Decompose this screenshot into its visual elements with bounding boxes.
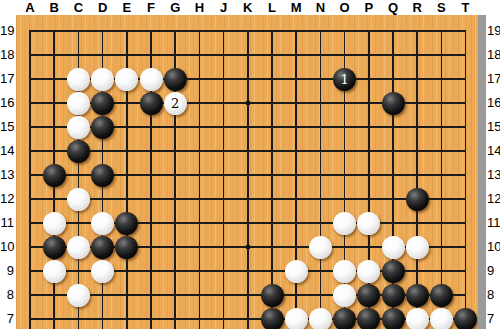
go-stone-white-Q10[interactable] (382, 236, 405, 259)
go-stone-black-D10[interactable] (91, 236, 114, 259)
go-stone-white-C10[interactable] (67, 236, 90, 259)
go-stone-white-P9[interactable] (357, 260, 380, 283)
go-stone-white-O9[interactable] (333, 260, 356, 283)
go-stone-white-D17[interactable] (91, 68, 114, 91)
go-stone-black-L8[interactable] (261, 284, 284, 307)
grid-line-row-14 (29, 150, 466, 152)
column-label-F: F (140, 0, 162, 15)
go-stone-white-O11[interactable] (333, 212, 356, 235)
go-stone-white-N7[interactable] (309, 308, 332, 329)
go-stone-white-D11[interactable] (91, 212, 114, 235)
go-stone-white-C16[interactable] (67, 92, 90, 115)
grid-line-column-H (199, 31, 201, 329)
go-stone-black-C14[interactable] (67, 140, 90, 163)
row-label-right-15: 15 (487, 119, 500, 135)
row-label-left-16: 16 (0, 95, 14, 111)
go-stone-black-O7[interactable] (333, 308, 356, 329)
row-label-left-17: 17 (0, 71, 14, 87)
column-label-R: R (406, 0, 428, 15)
row-label-left-9: 9 (0, 263, 14, 279)
go-stone-black-D13[interactable] (91, 164, 114, 187)
grid-line-column-A (29, 31, 31, 329)
go-stone-white-G16[interactable]: 2 (164, 92, 187, 115)
column-label-M: M (285, 0, 307, 15)
go-stone-white-F17[interactable] (140, 68, 163, 91)
go-stone-white-R10[interactable] (406, 236, 429, 259)
row-label-left-15: 15 (0, 119, 14, 135)
go-stone-white-B11[interactable] (43, 212, 66, 235)
go-stone-black-R12[interactable] (406, 188, 429, 211)
go-stone-black-Q16[interactable] (382, 92, 405, 115)
column-label-T: T (455, 0, 477, 15)
star-point-K16 (246, 101, 250, 105)
column-label-L: L (261, 0, 283, 15)
column-label-P: P (358, 0, 380, 15)
row-label-right-7: 7 (487, 311, 500, 327)
go-stone-white-D9[interactable] (91, 260, 114, 283)
move-number-label: 2 (171, 96, 179, 111)
go-stone-black-Q7[interactable] (382, 308, 405, 329)
row-label-right-19: 19 (487, 23, 500, 39)
row-label-left-14: 14 (0, 143, 14, 159)
column-label-K: K (237, 0, 259, 15)
row-label-left-19: 19 (0, 23, 14, 39)
go-stone-white-C8[interactable] (67, 284, 90, 307)
go-stone-black-S8[interactable] (430, 284, 453, 307)
column-label-O: O (334, 0, 356, 15)
move-number-label: 1 (340, 72, 348, 87)
column-label-B: B (43, 0, 65, 15)
row-label-right-13: 13 (487, 167, 500, 183)
row-label-left-10: 10 (0, 239, 14, 255)
board-edge-shadow (478, 15, 486, 329)
grid-line-column-N (320, 31, 322, 329)
go-stone-white-C12[interactable] (67, 188, 90, 211)
row-label-right-11: 11 (487, 215, 500, 231)
go-stone-white-N10[interactable] (309, 236, 332, 259)
row-label-left-13: 13 (0, 167, 14, 183)
go-stone-white-C17[interactable] (67, 68, 90, 91)
grid-line-column-M (295, 31, 297, 329)
row-label-left-12: 12 (0, 191, 14, 207)
row-label-right-17: 17 (487, 71, 500, 87)
go-stone-black-P8[interactable] (357, 284, 380, 307)
grid-line-column-T (465, 31, 467, 329)
go-stone-black-Q9[interactable] (382, 260, 405, 283)
column-label-E: E (116, 0, 138, 15)
go-stone-black-E10[interactable] (115, 236, 138, 259)
go-stone-white-B9[interactable] (43, 260, 66, 283)
row-label-left-11: 11 (0, 215, 14, 231)
row-label-right-9: 9 (487, 263, 500, 279)
row-label-left-18: 18 (0, 47, 14, 63)
column-label-H: H (188, 0, 210, 15)
grid-line-row-19 (29, 30, 466, 32)
go-stone-black-L7[interactable] (261, 308, 284, 329)
go-stone-black-P7[interactable] (357, 308, 380, 329)
go-stone-black-F16[interactable] (140, 92, 163, 115)
go-board[interactable]: 12 (16, 15, 478, 329)
go-stone-white-C15[interactable] (67, 116, 90, 139)
go-stone-white-E17[interactable] (115, 68, 138, 91)
go-stone-black-B10[interactable] (43, 236, 66, 259)
row-label-right-12: 12 (487, 191, 500, 207)
go-stone-black-T7[interactable] (454, 308, 477, 329)
column-label-S: S (430, 0, 452, 15)
go-stone-black-B13[interactable] (43, 164, 66, 187)
star-point-K10 (246, 245, 250, 249)
row-label-left-8: 8 (0, 287, 14, 303)
row-label-right-14: 14 (487, 143, 500, 159)
go-stone-black-E11[interactable] (115, 212, 138, 235)
go-stone-black-D15[interactable] (91, 116, 114, 139)
go-stone-black-Q8[interactable] (382, 284, 405, 307)
row-label-right-10: 10 (487, 239, 500, 255)
column-label-A: A (19, 0, 41, 15)
column-label-C: C (67, 0, 89, 15)
go-stone-white-P11[interactable] (357, 212, 380, 235)
go-stone-black-R8[interactable] (406, 284, 429, 307)
go-stone-black-O17[interactable]: 1 (333, 68, 356, 91)
column-label-N: N (309, 0, 331, 15)
row-label-right-8: 8 (487, 287, 500, 303)
go-stone-black-D16[interactable] (91, 92, 114, 115)
row-label-right-16: 16 (487, 95, 500, 111)
column-label-Q: Q (382, 0, 404, 15)
go-stone-black-G17[interactable] (164, 68, 187, 91)
go-stone-white-R7[interactable] (406, 308, 429, 329)
grid-line-row-18 (29, 54, 466, 56)
column-label-G: G (164, 0, 186, 15)
row-label-left-7: 7 (0, 311, 14, 327)
go-stone-white-S7[interactable] (430, 308, 453, 329)
grid-line-row-12 (29, 198, 466, 200)
go-stone-white-M9[interactable] (285, 260, 308, 283)
go-stone-white-O8[interactable] (333, 284, 356, 307)
grid-line-column-J (223, 31, 225, 329)
go-stone-white-M7[interactable] (285, 308, 308, 329)
row-label-right-18: 18 (487, 47, 500, 63)
go-diagram: 12 ABCDEFGHJKLMNOPQRST 19181716151413121… (0, 0, 500, 329)
column-label-D: D (92, 0, 114, 15)
column-label-J: J (213, 0, 235, 15)
grid-line-column-K (247, 31, 249, 329)
